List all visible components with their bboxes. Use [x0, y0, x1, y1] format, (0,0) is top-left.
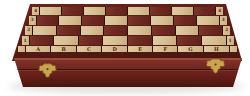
square-c3 [82, 16, 104, 25]
file-label-f: F [153, 46, 177, 52]
square-a3 [37, 16, 59, 25]
square-f3 [151, 16, 173, 25]
brass-clasp-icon [203, 57, 228, 76]
square-h2 [199, 26, 222, 35]
square-e3 [128, 16, 150, 25]
rank-label-4: 4 [216, 7, 223, 16]
square-c2 [81, 26, 104, 35]
file-label-b: B [51, 46, 76, 52]
left-brass-clasp [36, 62, 59, 80]
chess-box-photo: 44332211ABCDEFGH [0, 0, 250, 96]
board-rank-row-4: 44 [32, 7, 223, 16]
file-label-g: G [178, 46, 203, 52]
square-g3 [174, 16, 196, 25]
square-c1 [79, 36, 103, 45]
right-brass-clasp [203, 57, 228, 76]
square-g2 [176, 26, 199, 35]
square-e4 [128, 7, 149, 16]
right-corner-cell [230, 46, 237, 52]
square-f4 [150, 7, 171, 16]
rank-label-4: 4 [32, 7, 39, 16]
square-a2 [33, 26, 56, 35]
board-rank-row-3: 33 [29, 16, 227, 25]
file-label-h: H [204, 46, 229, 52]
rank-label-1: 1 [22, 36, 29, 45]
square-b4 [62, 7, 83, 16]
square-h1 [202, 36, 226, 45]
square-g1 [177, 36, 201, 45]
file-label-e: E [128, 46, 152, 52]
square-a1 [30, 36, 54, 45]
rank-label-3: 3 [220, 16, 227, 25]
square-b1 [54, 36, 78, 45]
file-label-row: ABCDEFGH [18, 46, 237, 52]
square-b3 [59, 16, 81, 25]
square-a4 [40, 7, 61, 16]
brass-clasp-icon [36, 62, 59, 80]
square-f1 [153, 36, 177, 45]
square-h3 [197, 16, 219, 25]
board-rank-row-1: 11 [22, 36, 234, 45]
rank-label-3: 3 [29, 16, 36, 25]
square-e2 [128, 26, 151, 35]
left-corner-cell [18, 46, 25, 52]
square-c4 [84, 7, 105, 16]
square-d4 [106, 7, 127, 16]
square-b2 [57, 26, 80, 35]
square-d3 [105, 16, 127, 25]
rank-label-1: 1 [227, 36, 234, 45]
square-g4 [172, 7, 193, 16]
file-label-c: C [77, 46, 101, 52]
file-label-a: A [26, 46, 50, 52]
square-d1 [103, 36, 127, 45]
rank-label-2: 2 [25, 26, 32, 35]
board-rank-row-2: 22 [25, 26, 230, 35]
rank-label-2: 2 [223, 26, 230, 35]
square-f2 [152, 26, 175, 35]
file-label-d: D [102, 46, 127, 52]
square-d2 [104, 26, 127, 35]
square-h4 [194, 7, 215, 16]
square-e1 [128, 36, 152, 45]
